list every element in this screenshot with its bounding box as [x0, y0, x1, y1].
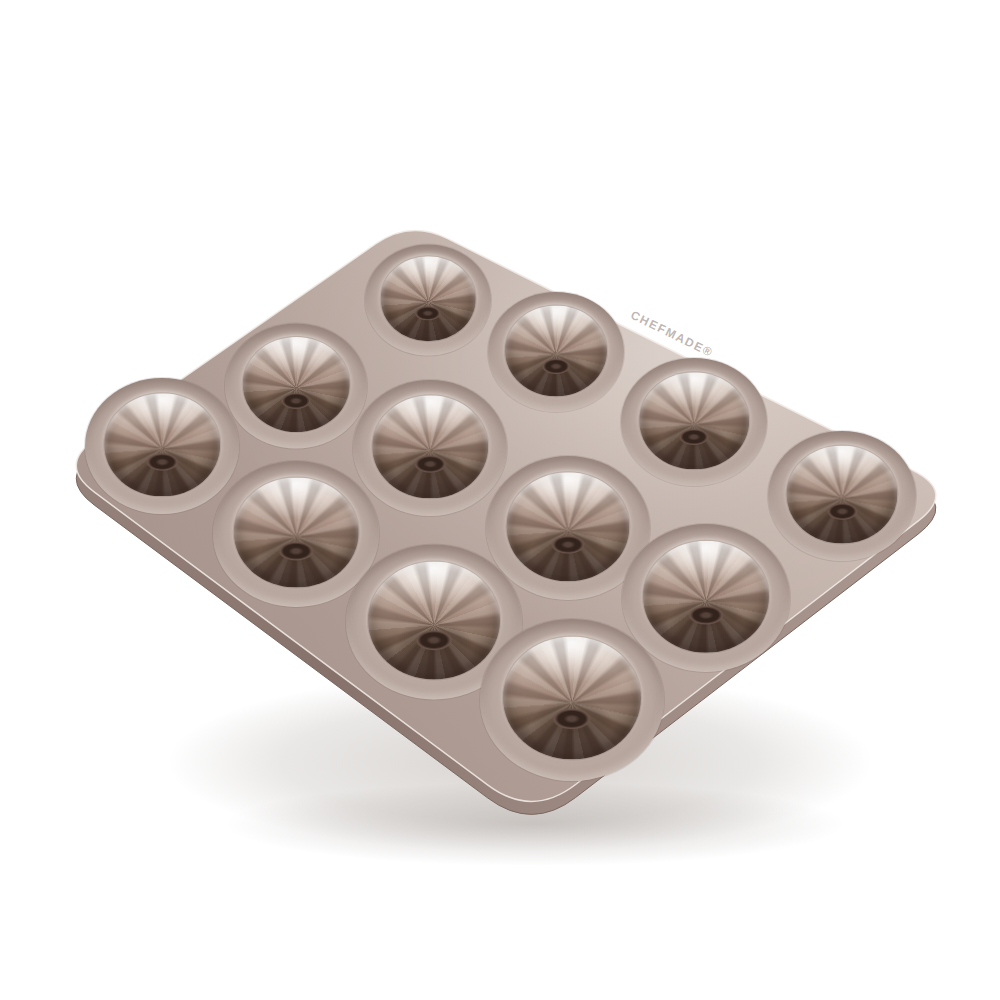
cavity-r1c4 [768, 431, 916, 561]
cavity-well [368, 562, 500, 680]
product-photo: CHEFMADE® [0, 0, 1000, 1000]
cavity-well [104, 393, 220, 496]
cavity-r3c2 [213, 461, 379, 607]
cavity-well [639, 372, 749, 469]
cavity-well [381, 257, 476, 341]
cavity-well [507, 472, 630, 581]
cavity-r1c2 [488, 292, 624, 412]
cavity-well [503, 637, 641, 760]
cavity-layer [0, 0, 1000, 1000]
cavity-r3c4 [480, 619, 664, 781]
cavity-r1c1 [365, 245, 491, 356]
cavity-r2c4 [622, 524, 790, 672]
cavity-r2c1 [225, 324, 367, 449]
cavity-well [505, 305, 607, 396]
cavity-r1c3 [621, 358, 767, 486]
cavity-r2c2 [353, 380, 507, 516]
cavity-well [787, 445, 898, 544]
cavity-well [243, 337, 350, 432]
cavity-well [643, 540, 769, 652]
cavity-well [372, 395, 488, 498]
cavity-r3c1 [85, 378, 239, 514]
cavity-well [234, 477, 359, 588]
